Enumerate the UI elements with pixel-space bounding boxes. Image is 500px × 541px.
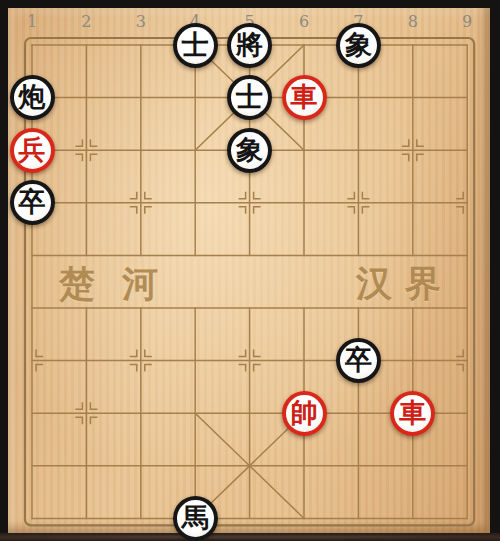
piece-red-general[interactable]: 帥 [282,391,327,436]
piece-black-horse[interactable]: 馬 [173,496,218,541]
river-label-han: 汉界 [356,261,454,305]
piece-red-soldier[interactable]: 兵 [10,128,55,173]
piece-black-cannon[interactable]: 炮 [10,75,55,120]
piece-black-elephant[interactable]: 象 [336,23,381,68]
column-label-2: 2 [79,13,93,31]
piece-glyph: 士 [182,31,209,58]
column-label-1: 1 [25,13,39,31]
piece-glyph: 將 [236,31,263,58]
piece-black-general[interactable]: 將 [227,23,272,68]
column-label-3: 3 [134,13,148,31]
column-label-6: 6 [297,13,311,31]
piece-glyph: 象 [345,31,372,58]
piece-glyph: 車 [291,83,318,110]
piece-black-soldier[interactable]: 卒 [336,338,381,383]
piece-red-chariot[interactable]: 車 [282,75,327,120]
piece-black-advisor[interactable]: 士 [173,23,218,68]
piece-black-elephant[interactable]: 象 [227,128,272,173]
column-label-8: 8 [406,13,420,31]
piece-red-chariot[interactable]: 車 [390,391,435,436]
piece-glyph: 士 [236,83,263,110]
piece-glyph: 卒 [19,188,46,215]
piece-glyph: 卒 [345,346,372,373]
piece-glyph: 象 [236,136,263,163]
piece-glyph: 兵 [19,136,46,163]
piece-black-soldier[interactable]: 卒 [10,180,55,225]
column-label-9: 9 [460,13,474,31]
piece-glyph: 車 [399,399,426,426]
piece-glyph: 炮 [19,83,46,110]
river-label-chu: 楚河 [59,261,185,305]
piece-black-advisor[interactable]: 士 [227,75,272,120]
piece-glyph: 馬 [182,504,209,531]
piece-glyph: 帥 [291,399,318,426]
xiangqi-screenshot: 123456789 楚河 汉界 士將象炮士車兵象卒卒帥車馬 [0,0,500,541]
